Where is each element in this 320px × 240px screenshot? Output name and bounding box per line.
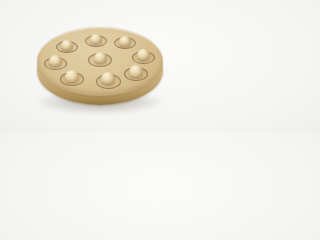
recess-bottom-right: [124, 67, 148, 81]
cone-piece-bottom-left[interactable]: [65, 70, 79, 82]
cone-piece-center[interactable]: [94, 52, 107, 63]
recess-top: [85, 35, 107, 47]
product-photo-scene: [0, 0, 200, 133]
recess-bottom: [96, 74, 121, 89]
cone-piece-bottom-right[interactable]: [129, 65, 143, 77]
puzzle-board: [0, 0, 200, 133]
cone-piece-left[interactable]: [49, 55, 62, 66]
board-positions: [0, 0, 200, 133]
recess-top-right: [114, 37, 136, 49]
cone-piece-top[interactable]: [90, 34, 102, 44]
recess-center: [88, 53, 112, 67]
recess-right: [132, 51, 155, 64]
recess-left: [44, 57, 67, 70]
cone-piece-top-right[interactable]: [119, 36, 131, 46]
cone-piece-right[interactable]: [137, 49, 150, 60]
recess-top-left: [56, 41, 78, 53]
recess-bottom-left: [60, 72, 84, 86]
cone-piece-bottom[interactable]: [101, 72, 115, 84]
cone-piece-top-left[interactable]: [61, 40, 73, 50]
